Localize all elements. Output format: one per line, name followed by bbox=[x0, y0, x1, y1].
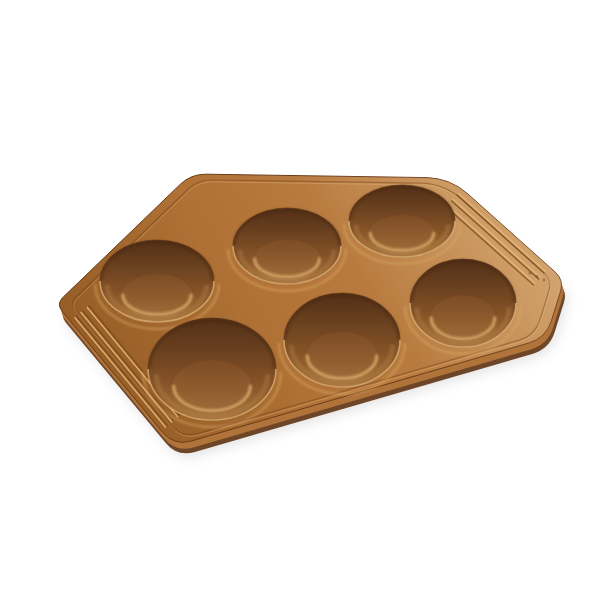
muffin-pan-photo bbox=[0, 0, 600, 600]
grip-end-dot bbox=[536, 275, 539, 278]
product-photo bbox=[0, 0, 600, 600]
grip-end-dot bbox=[529, 272, 532, 275]
grip-end-dot bbox=[543, 279, 546, 282]
